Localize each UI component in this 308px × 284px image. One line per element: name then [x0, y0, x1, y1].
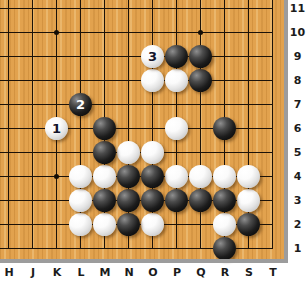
row-label-6: 6 — [288, 121, 307, 136]
column-label-O: O — [141, 266, 165, 279]
column-label-S: S — [237, 266, 261, 279]
row-label-11: 11 — [288, 1, 307, 16]
stone-black-L7[interactable]: 2 — [69, 93, 92, 116]
grid-line-row-7 — [0, 104, 273, 105]
stone-white-N5[interactable] — [117, 141, 140, 164]
go-board-diagram: 132 HJKLMNOPQRST 1110987654321 — [0, 0, 308, 284]
stone-white-K6[interactable]: 1 — [45, 117, 68, 140]
column-label-M: M — [93, 266, 117, 279]
row-label-7: 7 — [288, 97, 307, 112]
stone-black-R1[interactable] — [213, 237, 236, 260]
stone-black-N2[interactable] — [117, 213, 140, 236]
stone-black-R6[interactable] — [213, 117, 236, 140]
column-label-P: P — [165, 266, 189, 279]
stone-black-S2[interactable] — [237, 213, 260, 236]
stone-white-S3[interactable] — [237, 189, 260, 212]
stone-black-Q3[interactable] — [189, 189, 212, 212]
stone-black-Q8[interactable] — [189, 69, 212, 92]
stone-white-O5[interactable] — [141, 141, 164, 164]
row-label-2: 2 — [288, 217, 307, 232]
stone-black-Q9[interactable] — [189, 45, 212, 68]
grid-line-col-T — [272, 0, 273, 249]
move-number-label: 3 — [148, 50, 157, 63]
stone-white-P4[interactable] — [165, 165, 188, 188]
grid-line-row-11 — [0, 8, 273, 9]
column-label-H: H — [0, 266, 21, 279]
row-label-4: 4 — [288, 169, 307, 184]
stone-white-O2[interactable] — [141, 213, 164, 236]
column-label-R: R — [213, 266, 237, 279]
stone-white-R4[interactable] — [213, 165, 236, 188]
stone-black-N3[interactable] — [117, 189, 140, 212]
stone-white-L2[interactable] — [69, 213, 92, 236]
grid-line-col-J — [32, 0, 33, 249]
grid-line-row-8 — [0, 80, 273, 81]
stone-black-M5[interactable] — [93, 141, 116, 164]
stone-black-M6[interactable] — [93, 117, 116, 140]
stone-white-L3[interactable] — [69, 189, 92, 212]
stone-white-O9[interactable]: 3 — [141, 45, 164, 68]
stone-black-O3[interactable] — [141, 189, 164, 212]
column-label-L: L — [69, 266, 93, 279]
stone-black-N4[interactable] — [117, 165, 140, 188]
star-point-Q10 — [198, 30, 203, 35]
row-label-9: 9 — [288, 49, 307, 64]
column-label-N: N — [117, 266, 141, 279]
stone-white-O8[interactable] — [141, 69, 164, 92]
stone-white-P8[interactable] — [165, 69, 188, 92]
grid-line-row-10 — [0, 32, 273, 33]
column-label-J: J — [21, 266, 45, 279]
stone-white-M4[interactable] — [93, 165, 116, 188]
grid-line-col-H — [8, 0, 9, 249]
row-label-3: 3 — [288, 193, 307, 208]
row-label-1: 1 — [288, 241, 307, 256]
grid-line-row-9 — [0, 56, 273, 57]
row-label-5: 5 — [288, 145, 307, 160]
column-label-T: T — [261, 266, 285, 279]
row-label-10: 10 — [288, 25, 307, 40]
row-label-8: 8 — [288, 73, 307, 88]
stone-black-M3[interactable] — [93, 189, 116, 212]
stone-black-P9[interactable] — [165, 45, 188, 68]
stone-black-O4[interactable] — [141, 165, 164, 188]
stone-white-Q4[interactable] — [189, 165, 212, 188]
stone-white-R2[interactable] — [213, 213, 236, 236]
stone-white-M2[interactable] — [93, 213, 116, 236]
star-point-K10 — [54, 30, 59, 35]
move-number-label: 2 — [76, 98, 85, 111]
move-number-label: 1 — [52, 122, 61, 135]
stone-white-P6[interactable] — [165, 117, 188, 140]
stone-white-S4[interactable] — [237, 165, 260, 188]
stone-black-R3[interactable] — [213, 189, 236, 212]
board-edge-bottom — [0, 259, 288, 263]
column-label-Q: Q — [189, 266, 213, 279]
column-label-K: K — [45, 266, 69, 279]
stone-black-P3[interactable] — [165, 189, 188, 212]
star-point-K4 — [54, 174, 59, 179]
stone-white-L4[interactable] — [69, 165, 92, 188]
